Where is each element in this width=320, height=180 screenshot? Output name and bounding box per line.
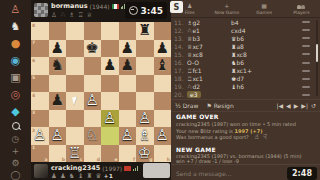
- top-player-flag-icon: [112, 4, 119, 9]
- black-piece-d7[interactable]: ♚: [84, 40, 102, 58]
- square-d4[interactable]: ♙: [84, 92, 102, 110]
- move-number: 19.: [174, 83, 187, 90]
- black-move[interactable]: cxd4: [231, 27, 275, 34]
- bottom-player-info[interactable]: cracking2345 (1997): [51, 164, 138, 172]
- white-piece-b2[interactable]: ♙: [49, 127, 67, 145]
- nav-button-next[interactable]: ▶: [294, 102, 299, 109]
- move-number: 11.: [174, 19, 187, 26]
- move-row: 11.♗g2b4: [174, 18, 320, 26]
- rank-label-1: 1: [32, 145, 35, 150]
- file-label-e: e: [114, 157, 117, 162]
- bottom-player-avatar[interactable]: [34, 164, 48, 178]
- tab-games[interactable]: ▦Games: [246, 0, 283, 17]
- fist-icon[interactable]: ●: [9, 37, 23, 51]
- square-d1[interactable]: d: [84, 145, 102, 163]
- tab-new-game[interactable]: +New Game: [208, 0, 245, 17]
- square-e1[interactable]: e: [101, 145, 119, 163]
- white-move[interactable]: ♕b3: [187, 35, 231, 42]
- square-c6[interactable]: [66, 57, 84, 75]
- square-b8[interactable]: [49, 22, 67, 40]
- nav-button-flip[interactable]: ↺: [311, 102, 316, 109]
- clock-icon[interactable]: ◷: [9, 133, 23, 144]
- square-h5[interactable]: [154, 75, 172, 93]
- square-a3[interactable]: 3: [31, 110, 49, 128]
- move-list-scroll-thumb[interactable]: [316, 44, 318, 62]
- move-time-mark: [302, 37, 310, 39]
- move-time-mark: [302, 29, 310, 31]
- square-e5[interactable]: [101, 75, 119, 93]
- square-b5[interactable]: [49, 75, 67, 93]
- square-c5[interactable]: [66, 75, 84, 93]
- move-time-mark: [302, 70, 310, 72]
- move-row: 20.e3: [174, 91, 320, 99]
- game-over-title: GAME OVER: [176, 113, 315, 121]
- square-e2[interactable]: [101, 127, 119, 145]
- square-c3[interactable]: [66, 110, 84, 128]
- black-move[interactable]: ♜a8: [231, 43, 275, 50]
- top-player-name: bormanus: [51, 2, 88, 10]
- white-piece-d2[interactable]: ♘: [84, 127, 102, 145]
- square-g3[interactable]: ♙: [136, 110, 154, 128]
- nav-button-prev[interactable]: ◀: [286, 102, 291, 109]
- white-move[interactable]: ♗g2: [187, 19, 231, 26]
- person-plus-icon[interactable]: +: [9, 145, 23, 156]
- black-piece-h6[interactable]: ♝: [154, 57, 172, 75]
- move-number: 18.: [174, 75, 187, 82]
- square-h1[interactable]: h: [154, 145, 172, 163]
- tab-label: Players: [293, 10, 309, 15]
- square-c7[interactable]: [66, 40, 84, 58]
- black-piece-h7[interactable]: ♟: [154, 40, 172, 58]
- move-time-mark: [302, 45, 310, 47]
- bottom-player-name: cracking2345: [51, 164, 100, 172]
- left-nav-sidebar: ♙♞●◉▣◎◆◷+⚙◯: [0, 0, 31, 180]
- black-move[interactable]: ♝h6: [231, 83, 275, 90]
- file-label-c: c: [80, 157, 83, 162]
- bottom-player-bar: cracking2345 (1997) ♟ ♟ ♞ ♝ ♜ ♛+1: [31, 162, 171, 180]
- bottom-player-rating: (1997): [102, 165, 122, 172]
- square-g5[interactable]: [136, 75, 154, 93]
- bottom-player-captured-pieces: ♟ ♟ ♞ ♝ ♜ ♛+1: [51, 172, 113, 180]
- thumbs-up-icon[interactable]: ☝: [254, 134, 258, 141]
- move-number: 16.: [174, 59, 187, 66]
- search-icon[interactable]: [9, 122, 23, 130]
- file-label-g: g: [149, 157, 152, 162]
- move-row: 15.♕xc8♜xc8: [174, 50, 320, 58]
- move-row: 18.♖xc1♚d7: [174, 75, 320, 83]
- rank-label-8: 8: [32, 23, 35, 28]
- square-h3[interactable]: [154, 110, 172, 128]
- square-f3[interactable]: [119, 110, 137, 128]
- black-move[interactable]: ♜xc8: [231, 51, 275, 58]
- tab-label: New Game: [215, 10, 240, 15]
- black-piece-e6[interactable]: ♟: [101, 57, 119, 75]
- square-c2[interactable]: [66, 127, 84, 145]
- square-g2[interactable]: ♗: [136, 127, 154, 145]
- square-d5[interactable]: [84, 75, 102, 93]
- square-d7[interactable]: ♚: [84, 40, 102, 58]
- move-number: 13.: [174, 35, 187, 42]
- sportsmanship-prompt: Was bormanus a good sport? ☝☟: [176, 134, 315, 141]
- square-a4[interactable]: 4: [31, 92, 49, 110]
- move-row: 12.♘e1cxd4: [174, 26, 320, 34]
- square-e3[interactable]: ♙: [101, 110, 119, 128]
- black-piece-f7[interactable]: ♟: [119, 40, 137, 58]
- rank-label-4: 4: [32, 93, 35, 98]
- move-row: 16.O-O♞b6: [174, 58, 320, 66]
- square-b2[interactable]: ♙: [49, 127, 67, 145]
- square-a6[interactable]: 6: [31, 57, 49, 75]
- white-move[interactable]: ♕xc7: [187, 43, 231, 50]
- move-number: 17.: [174, 67, 187, 74]
- square-g4[interactable]: [136, 92, 154, 110]
- nav-button-last[interactable]: ▶|: [301, 102, 308, 109]
- square-f2[interactable]: ♙: [119, 127, 137, 145]
- move-row: 14.♕xc7♜a8: [174, 42, 320, 50]
- square-a1[interactable]: 1a: [31, 145, 49, 163]
- move-nav-buttons: |◀◀▶▶|↺: [276, 102, 316, 109]
- gem-icon[interactable]: ◆: [9, 105, 23, 119]
- black-piece-f6[interactable]: ♟: [119, 57, 137, 75]
- white-piece-h2[interactable]: ♙: [154, 127, 172, 145]
- top-player-rating: (1944): [90, 3, 110, 10]
- search-icon: [12, 122, 20, 130]
- chat-input[interactable]: Send a message...: [176, 170, 231, 177]
- white-move[interactable]: ♖fc1: [187, 67, 231, 74]
- white-move[interactable]: O-O: [187, 59, 231, 66]
- black-move[interactable]: ♞b6: [231, 59, 275, 66]
- plus-icon: +: [224, 3, 229, 9]
- move-time-mark: [302, 94, 310, 96]
- game-over-section: GAME OVER cracking2345 (1997) won on tim…: [171, 113, 320, 141]
- move-time-mark: [302, 86, 310, 88]
- black-piece-b4[interactable]: ♟: [49, 92, 67, 110]
- black-move[interactable]: ♚d7: [231, 75, 275, 82]
- move-time-mark: [302, 62, 310, 64]
- square-b7[interactable]: ♟: [49, 40, 67, 58]
- chat-bar: Send a message... 2:48: [171, 164, 320, 180]
- white-move[interactable]: ♘d2: [187, 83, 231, 90]
- square-g8[interactable]: ♜: [136, 22, 154, 40]
- square-a2[interactable]: 2♙: [31, 127, 49, 145]
- white-move[interactable]: ♕xc8: [187, 51, 231, 58]
- tab-label: Files: [185, 10, 195, 15]
- rank-label-3: 3: [32, 110, 35, 115]
- square-a8[interactable]: 8: [31, 22, 49, 40]
- nav-button-first[interactable]: |◀: [276, 102, 283, 109]
- square-b3[interactable]: [49, 110, 67, 128]
- file-label-h: h: [167, 157, 170, 162]
- move-row: 13.♕b3♛b6: [174, 34, 320, 42]
- top-player-clock: 3:45: [125, 2, 167, 19]
- black-move[interactable]: ♜xc1+: [231, 67, 275, 74]
- white-piece-g3[interactable]: ♙: [136, 110, 154, 128]
- black-move[interactable]: b4: [231, 19, 275, 26]
- gear-icon[interactable]: ⚙: [9, 157, 23, 168]
- square-f8[interactable]: [119, 22, 137, 40]
- square-e6[interactable]: ♟: [101, 57, 119, 75]
- move-row: 19.♘d2♝h6: [174, 83, 320, 91]
- square-g7[interactable]: [136, 40, 154, 58]
- new-game-section: NEW GAME cracking2345 (1997) vs. bormanu…: [171, 146, 320, 165]
- rank-label-2: 2: [32, 128, 35, 133]
- square-c8[interactable]: [66, 22, 84, 40]
- square-e4[interactable]: [101, 92, 119, 110]
- square-d6[interactable]: [84, 57, 102, 75]
- thumbs-down-icon[interactable]: ☟: [263, 134, 267, 141]
- square-f6[interactable]: ♟: [119, 57, 137, 75]
- move-number: 15.: [174, 51, 187, 58]
- square-d3[interactable]: [84, 110, 102, 128]
- square-b6[interactable]: ♞: [49, 57, 67, 75]
- rank-label-6: 6: [32, 58, 35, 63]
- white-piece-d4[interactable]: ♙: [84, 92, 102, 110]
- puzzle-icon[interactable]: ▣: [9, 71, 23, 85]
- square-d8[interactable]: [84, 22, 102, 40]
- tab-label: Games: [256, 10, 272, 15]
- tab-players[interactable]: Players: [283, 0, 320, 17]
- file-label-a: a: [44, 157, 47, 162]
- right-panel: ♟Files+New Game▦GamesPlayers 11.♗g2b412.…: [171, 0, 320, 180]
- square-f7[interactable]: ♟: [119, 40, 137, 58]
- board-column: bormanus (1944) ♙ ♘ ♗ ♖ ♕ 3:45 8♜7♟♚♟♟6♞…: [31, 0, 171, 180]
- grid-icon: ▦: [261, 3, 267, 9]
- rank-label-5: 5: [32, 75, 35, 80]
- top-player-bar: bormanus (1944) ♙ ♘ ♗ ♖ ♕ 3:45: [31, 0, 171, 22]
- move-time-mark: [302, 21, 310, 23]
- file-label-f: f: [133, 157, 135, 162]
- move-number: 20.: [174, 91, 187, 98]
- chess-board[interactable]: 8♜7♟♚♟♟6♞♟♟♝54♟♙3♙♙2♙♙♘♙♗♙1abc♖defg♔h: [31, 22, 171, 162]
- game-controls: ½ Draw ⚑ Resign |◀◀▶▶|↺: [171, 99, 320, 112]
- square-c1[interactable]: c♖: [66, 145, 84, 163]
- white-move[interactable]: e3: [187, 91, 201, 98]
- white-move[interactable]: ♖xc1: [187, 75, 231, 82]
- move-list: 11.♗g2b412.♘e1cxd413.♕b3♛b614.♕xc7♜a815.…: [171, 17, 320, 99]
- square-h2[interactable]: ♙: [154, 127, 172, 145]
- corner-badge[interactable]: S: [170, 1, 183, 13]
- target-icon[interactable]: ◎: [9, 88, 23, 102]
- square-e8[interactable]: [101, 22, 119, 40]
- pawn-icon[interactable]: ♙: [9, 3, 23, 17]
- black-piece-b6[interactable]: ♞: [49, 57, 67, 75]
- bottom-player-signal-icon: [133, 165, 138, 171]
- top-player-info[interactable]: bormanus (1944): [51, 2, 127, 10]
- file-label-d: d: [97, 157, 100, 162]
- square-h4[interactable]: [154, 92, 172, 110]
- square-b1[interactable]: b: [49, 145, 67, 163]
- square-d2[interactable]: ♘: [84, 127, 102, 145]
- knight-icon[interactable]: ♞: [9, 20, 23, 34]
- pawn-icon: ♟: [187, 3, 192, 9]
- square-h6[interactable]: ♝: [154, 57, 172, 75]
- rank-label-7: 7: [32, 40, 35, 45]
- white-piece-g2[interactable]: ♗: [136, 127, 154, 145]
- square-g6[interactable]: [136, 57, 154, 75]
- square-f1[interactable]: f: [119, 145, 137, 163]
- square-f5[interactable]: [119, 75, 137, 93]
- square-a7[interactable]: 7: [31, 40, 49, 58]
- top-player-avatar[interactable]: [34, 3, 48, 17]
- white-move[interactable]: ♘e1: [187, 27, 231, 34]
- white-piece-f2[interactable]: ♙: [119, 127, 137, 145]
- move-time-mark: [302, 53, 310, 55]
- panel-tabs: ♟Files+New Game▦GamesPlayers: [171, 0, 320, 18]
- move-number: 14.: [174, 43, 187, 50]
- move-time-mark: [302, 78, 310, 80]
- move-number: 12.: [174, 27, 187, 34]
- material-advantage: +1: [104, 173, 113, 179]
- square-h8[interactable]: [154, 22, 172, 40]
- chess-app-window: ♙♞●◉▣◎◆◷+⚙◯ bormanus (1944) ♙ ♘ ♗ ♖ ♕ 3:…: [0, 0, 320, 180]
- resign-button[interactable]: ⚑ Resign: [206, 102, 233, 109]
- bottom-player-flag-icon: [124, 166, 131, 171]
- people-icon: [297, 3, 305, 9]
- top-player-captured-pieces: ♙ ♘ ♗ ♖ ♕: [51, 11, 93, 19]
- circle-icon[interactable]: ◯: [9, 169, 23, 180]
- square-h7[interactable]: ♟: [154, 40, 172, 58]
- square-e7[interactable]: [101, 40, 119, 58]
- black-piece-b7[interactable]: ♟: [49, 40, 67, 58]
- square-b4[interactable]: ♟: [49, 92, 67, 110]
- white-clock: 2:48: [287, 167, 317, 180]
- draw-button[interactable]: ½ Draw: [175, 102, 198, 109]
- move-row: 17.♖fc1♜xc1+: [174, 67, 320, 75]
- black-piece-g8[interactable]: ♜: [136, 22, 154, 40]
- top-clock-time: 3:45: [141, 6, 163, 16]
- white-piece-e3[interactable]: ♙: [101, 110, 119, 128]
- eye-icon[interactable]: ◉: [9, 54, 23, 68]
- bottom-player-clock: [143, 163, 170, 178]
- black-move[interactable]: ♛b6: [231, 35, 275, 42]
- square-f4[interactable]: [119, 92, 137, 110]
- square-g1[interactable]: g♔: [136, 145, 154, 163]
- clock-icon: [129, 6, 138, 15]
- square-a5[interactable]: 5: [31, 75, 49, 93]
- file-label-b: b: [62, 157, 65, 162]
